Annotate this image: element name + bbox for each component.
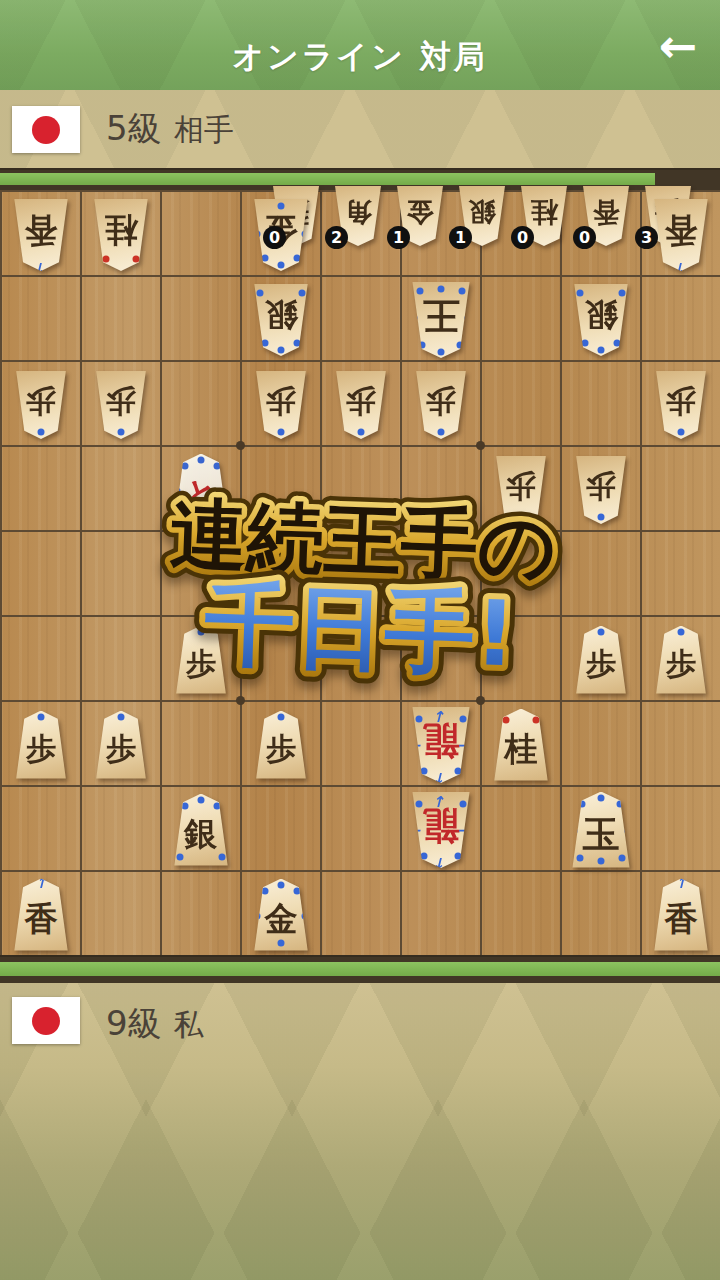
move-hint-dot xyxy=(456,341,463,348)
move-hint-dot xyxy=(254,912,261,919)
board-piece-龍-opponent[interactable]: 龍↑↓←→ xyxy=(410,792,472,868)
piece-glyph: 歩 xyxy=(14,719,68,779)
move-hint-dot xyxy=(438,348,445,355)
board-piece-歩-opponent[interactable]: 歩 xyxy=(14,371,68,439)
move-hint-dot xyxy=(420,852,427,859)
piece-glyph: 歩 xyxy=(654,371,708,431)
move-hint-dot xyxy=(257,289,264,296)
move-hint-arrow: ↑ xyxy=(675,875,688,890)
move-hint-dot xyxy=(177,853,184,860)
piece-glyph: 歩 xyxy=(574,456,628,516)
back-arrow-icon[interactable]: ← xyxy=(648,18,708,74)
move-hint-dot xyxy=(38,714,45,721)
move-hint-dot xyxy=(415,715,422,722)
move-hint-arrow: ← xyxy=(460,737,473,752)
captured-count-badge: 3 xyxy=(635,226,658,249)
move-hint-dot xyxy=(455,767,462,774)
move-hint-dot xyxy=(254,230,261,237)
piece-glyph: 歩 xyxy=(334,371,388,431)
move-hint-dot xyxy=(518,513,525,520)
move-hint-dot xyxy=(133,255,140,262)
board-piece-桂-opponent[interactable]: 桂 xyxy=(92,199,150,271)
board-piece-歩-opponent[interactable]: 歩 xyxy=(414,371,468,439)
move-hint-dot xyxy=(278,940,285,947)
captured-count-badge: 1 xyxy=(387,226,410,249)
piece-glyph: 歩 xyxy=(94,371,148,431)
player-name: 私 xyxy=(174,1007,204,1042)
move-hint-dot xyxy=(624,828,631,835)
board-piece-金-player[interactable]: 金 xyxy=(252,879,310,951)
player-info: 9級私 xyxy=(106,1001,204,1047)
move-hint-dot xyxy=(420,767,427,774)
move-hint-dot xyxy=(619,855,626,862)
player-time-fill xyxy=(0,962,720,976)
board-piece-歩-player[interactable]: 歩 xyxy=(14,711,68,779)
move-hint-dot xyxy=(198,515,205,522)
move-hint-dot xyxy=(416,287,423,294)
board-piece-香-player[interactable]: 香↑ xyxy=(12,879,70,951)
board-piece-と-player[interactable]: と xyxy=(172,454,230,526)
move-hint-dot xyxy=(598,794,605,801)
piece-glyph: 香 xyxy=(12,199,70,262)
board-piece-香-opponent[interactable]: 香↑ xyxy=(12,199,70,271)
move-hint-dot xyxy=(598,346,605,353)
move-hint-dot xyxy=(102,255,109,262)
move-hint-arrow: ↑ xyxy=(435,854,448,869)
move-hint-dot xyxy=(411,314,418,321)
move-hint-dot xyxy=(415,800,422,807)
shogi-board[interactable]: 香↑桂金香↑銀王銀歩歩歩歩歩歩と歩歩歩歩歩歩歩歩龍↑↓←→桂銀龍↑↓←→玉香↑金… xyxy=(0,190,720,957)
move-hint-dot xyxy=(278,428,285,435)
opponent-panel: 5級相手 飛0角2金1銀1桂0香0歩3 xyxy=(0,90,720,168)
move-hint-dot xyxy=(533,717,540,724)
piece-glyph: 香 xyxy=(652,199,710,262)
move-hint-dot xyxy=(576,855,583,862)
move-hint-dot xyxy=(678,428,685,435)
move-hint-dot xyxy=(502,717,509,724)
board-piece-歩-player[interactable]: 歩 xyxy=(254,711,308,779)
move-hint-dot xyxy=(261,339,268,346)
move-hint-arrow: ↑ xyxy=(35,875,48,890)
move-hint-dot xyxy=(678,629,685,636)
move-hint-dot xyxy=(218,853,225,860)
board-piece-歩-opponent[interactable]: 歩 xyxy=(654,371,708,439)
board-piece-銀-player[interactable]: 銀 xyxy=(172,794,230,866)
board-piece-香-player[interactable]: 香↑ xyxy=(652,879,710,951)
board-piece-歩-opponent[interactable]: 歩 xyxy=(254,371,308,439)
piece-glyph: 歩 xyxy=(494,456,548,516)
piece-glyph: 香 xyxy=(652,887,710,950)
move-hint-dot xyxy=(579,801,586,808)
move-hint-dot xyxy=(464,314,471,321)
piece-glyph: 桂 xyxy=(92,199,150,262)
board-piece-玉-player[interactable]: 玉 xyxy=(570,792,632,868)
move-hint-dot xyxy=(460,800,467,807)
player-rank: 9級 xyxy=(106,1003,162,1043)
board-piece-王-opponent[interactable]: 王 xyxy=(410,282,472,358)
star-point xyxy=(476,696,485,705)
captured-銀[interactable]: 銀1 xyxy=(457,186,507,246)
player-flag-japan xyxy=(12,997,80,1044)
captured-count-badge: 0 xyxy=(511,226,534,249)
move-hint-dot xyxy=(571,828,578,835)
star-point xyxy=(236,441,245,450)
move-hint-dot xyxy=(261,888,268,895)
move-hint-dot xyxy=(214,803,221,810)
move-hint-dot xyxy=(298,289,305,296)
move-hint-dot xyxy=(438,428,445,435)
board-piece-歩-player[interactable]: 歩 xyxy=(574,626,628,694)
move-hint-dot xyxy=(598,857,605,864)
move-hint-dot xyxy=(294,254,301,261)
captured-角[interactable]: 角2 xyxy=(333,186,383,246)
board-piece-桂-player[interactable]: 桂 xyxy=(492,709,550,781)
move-hint-dot xyxy=(460,715,467,722)
move-hint-dot xyxy=(198,796,205,803)
star-point xyxy=(476,441,485,450)
board-piece-歩-opponent[interactable]: 歩 xyxy=(494,456,548,524)
captured-金[interactable]: 金1 xyxy=(395,186,445,246)
move-hint-arrow: ↑ xyxy=(675,259,688,274)
move-hint-arrow: ← xyxy=(460,822,473,837)
move-hint-dot xyxy=(38,428,45,435)
opponent-time-fill xyxy=(0,173,655,185)
board-piece-歩-player[interactable]: 歩 xyxy=(654,626,708,694)
move-hint-dot xyxy=(174,487,181,494)
move-hint-dot xyxy=(261,254,268,261)
captured-香[interactable]: 香0 xyxy=(581,186,631,246)
move-hint-arrow: ↓ xyxy=(435,792,448,807)
board-piece-歩-opponent[interactable]: 歩 xyxy=(574,456,628,524)
move-hint-dot xyxy=(278,714,285,721)
move-hint-dot xyxy=(118,428,125,435)
piece-glyph: 桂 xyxy=(492,717,550,780)
board-piece-歩-opponent[interactable]: 歩 xyxy=(334,371,388,439)
piece-glyph: 歩 xyxy=(94,719,148,779)
captured-count-badge: 0 xyxy=(573,226,596,249)
move-hint-dot xyxy=(278,261,285,268)
move-hint-arrow: ↑ xyxy=(35,259,48,274)
piece-glyph: 歩 xyxy=(254,719,308,779)
move-hint-arrow: → xyxy=(410,737,423,752)
piece-glyph: 歩 xyxy=(14,371,68,431)
piece-glyph: 歩 xyxy=(414,371,468,431)
board-piece-歩-opponent[interactable]: 歩 xyxy=(94,371,148,439)
move-hint-dot xyxy=(118,714,125,721)
page-title: オンライン 対局 xyxy=(0,36,720,78)
piece-glyph: 歩 xyxy=(254,371,308,431)
move-hint-dot xyxy=(581,339,588,346)
move-hint-dot xyxy=(598,629,605,636)
move-hint-dot xyxy=(198,456,205,463)
move-hint-dot xyxy=(278,346,285,353)
board-piece-龍-opponent[interactable]: 龍↑↓←→ xyxy=(410,707,472,783)
move-hint-dot xyxy=(358,428,365,435)
opponent-name: 相手 xyxy=(174,112,234,147)
move-hint-arrow: ↓ xyxy=(435,707,448,722)
move-hint-dot xyxy=(455,852,462,859)
move-hint-dot xyxy=(294,888,301,895)
move-hint-dot xyxy=(577,289,584,296)
move-hint-dot xyxy=(221,487,228,494)
move-hint-dot xyxy=(616,801,623,808)
move-hint-arrow: ↑ xyxy=(435,769,448,784)
move-hint-dot xyxy=(278,202,285,209)
move-hint-dot xyxy=(214,463,221,470)
move-hint-dot xyxy=(598,513,605,520)
board-piece-銀-opponent[interactable]: 銀 xyxy=(252,284,310,356)
piece-glyph: 歩 xyxy=(174,634,228,694)
move-hint-dot xyxy=(294,339,301,346)
move-hint-dot xyxy=(459,287,466,294)
move-hint-dot xyxy=(618,289,625,296)
player-panel: 9級私 飛0角0金1銀0桂1香0歩1 xyxy=(0,983,720,1280)
captured-count-badge: 1 xyxy=(449,226,472,249)
captured-count-badge: 0 xyxy=(263,226,286,249)
opponent-flag-japan xyxy=(12,106,80,153)
move-hint-dot xyxy=(198,629,205,636)
header-bar: オンライン 対局 ← xyxy=(0,0,720,90)
piece-glyph: 歩 xyxy=(654,634,708,694)
board-piece-歩-player[interactable]: 歩 xyxy=(174,626,228,694)
move-hint-dot xyxy=(301,230,308,237)
move-hint-dot xyxy=(419,341,426,348)
star-point xyxy=(236,696,245,705)
piece-glyph: 香 xyxy=(12,887,70,950)
captured-count-badge: 2 xyxy=(325,226,348,249)
board-piece-歩-player[interactable]: 歩 xyxy=(94,711,148,779)
move-hint-dot xyxy=(301,912,308,919)
board-piece-香-opponent[interactable]: 香↑ xyxy=(652,199,710,271)
move-hint-dot xyxy=(438,285,445,292)
captured-桂[interactable]: 桂0 xyxy=(519,186,569,246)
move-hint-dot xyxy=(181,803,188,810)
move-hint-arrow: → xyxy=(410,822,423,837)
move-hint-dot xyxy=(181,463,188,470)
board-piece-銀-opponent[interactable]: 銀 xyxy=(572,284,630,356)
move-hint-dot xyxy=(614,339,621,346)
move-hint-dot xyxy=(278,881,285,888)
opponent-rank: 5級 xyxy=(106,108,162,148)
piece-glyph: 歩 xyxy=(574,634,628,694)
opponent-info: 5級相手 xyxy=(106,106,234,152)
